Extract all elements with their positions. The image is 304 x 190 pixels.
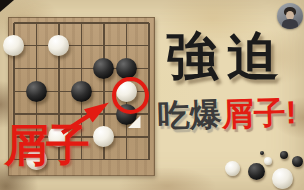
subtitle-red-part: 屑子! — [221, 94, 297, 132]
decor-black-stone — [280, 151, 288, 159]
black-stone — [26, 81, 47, 102]
board-cell-r4c6[interactable] — [115, 80, 138, 103]
black-stone — [93, 58, 114, 79]
board-cell-r3c2[interactable] — [25, 57, 48, 80]
board-cell-r2c5[interactable] — [93, 34, 116, 57]
board-cell-r1c5[interactable] — [93, 12, 116, 35]
subtitle-dark-part: 吃爆 — [157, 96, 222, 134]
thumbnail-stage: 屑子 強迫 吃爆屑子! — [0, 0, 304, 190]
avatar-body — [282, 19, 298, 29]
board-cell-r4c1[interactable] — [3, 80, 26, 103]
black-stone — [116, 58, 137, 79]
channel-avatar — [277, 3, 303, 29]
board-cell-r6c6[interactable] — [115, 125, 138, 148]
board-cell-r4c4[interactable] — [70, 80, 93, 103]
board-cell-r2c6[interactable] — [115, 34, 138, 57]
headline-title: 強迫 — [150, 28, 304, 85]
decor-white-stone — [272, 168, 293, 189]
board-cell-r3c1[interactable] — [3, 57, 26, 80]
board-cell-r7c5[interactable] — [93, 148, 116, 171]
decor-black-stone — [248, 163, 265, 180]
board-cell-r2c4[interactable] — [70, 34, 93, 57]
board-cell-r7c7[interactable] — [138, 148, 161, 171]
board-cell-r2c1[interactable] — [3, 34, 26, 57]
board-cell-r3c4[interactable] — [70, 57, 93, 80]
black-stone — [71, 81, 92, 102]
white-stone — [3, 35, 24, 56]
board-cell-r3c5[interactable] — [93, 57, 116, 80]
headline-subtitle: 吃爆屑子! — [150, 94, 304, 135]
board-cell-r3c3[interactable] — [48, 57, 71, 80]
board-cell-r1c1[interactable] — [3, 12, 26, 35]
decor-black-stone — [260, 151, 264, 155]
board-cell-r1c6[interactable] — [115, 12, 138, 35]
board-cell-r2c3[interactable] — [48, 34, 71, 57]
board-cell-r4c3[interactable] — [48, 80, 71, 103]
board-cell-r1c3[interactable] — [48, 12, 71, 35]
white-stone — [48, 35, 69, 56]
board-label: 屑子 — [4, 122, 88, 168]
decor-white-stone — [264, 157, 272, 165]
decor-black-stone — [292, 156, 303, 167]
board-cell-r4c2[interactable] — [25, 80, 48, 103]
board-cell-r6c5[interactable] — [93, 125, 116, 148]
board-cell-r2c2[interactable] — [25, 34, 48, 57]
board-cell-r7c6[interactable] — [115, 148, 138, 171]
red-circle-marker — [112, 77, 149, 114]
decor-white-stone — [225, 161, 240, 176]
board-cell-r1c2[interactable] — [25, 12, 48, 35]
white-stone — [93, 126, 114, 147]
board-cell-r1c4[interactable] — [70, 12, 93, 35]
